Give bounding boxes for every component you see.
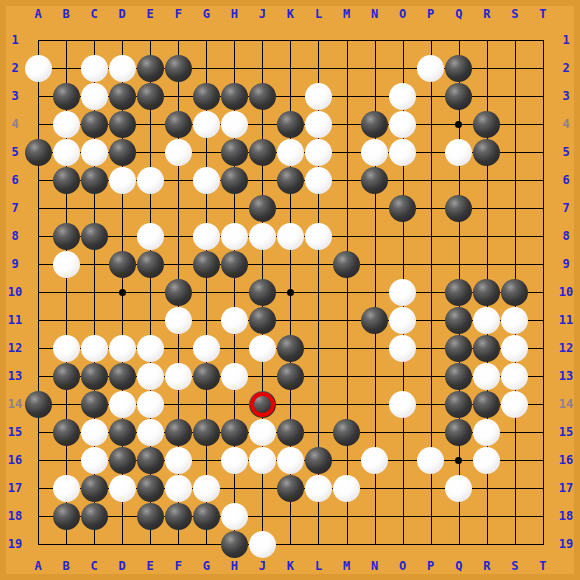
black-stone[interactable] (137, 83, 164, 110)
column-label: R (474, 7, 500, 21)
column-label: E (137, 7, 163, 21)
black-stone[interactable] (165, 419, 192, 446)
white-stone[interactable] (109, 167, 136, 194)
black-stone[interactable] (53, 167, 80, 194)
star-point (119, 289, 126, 296)
row-label: 10 (2, 285, 28, 299)
white-stone[interactable] (501, 335, 528, 362)
white-stone[interactable] (221, 223, 248, 250)
black-stone[interactable] (109, 447, 136, 474)
star-point (455, 121, 462, 128)
column-label: O (390, 7, 416, 21)
black-stone[interactable] (53, 419, 80, 446)
white-stone[interactable] (501, 363, 528, 390)
row-label: 16 (2, 453, 28, 467)
black-stone[interactable] (445, 83, 472, 110)
black-stone[interactable] (221, 531, 248, 558)
white-stone[interactable] (249, 223, 276, 250)
column-label: E (137, 559, 163, 573)
black-stone[interactable] (249, 139, 276, 166)
black-stone[interactable] (361, 111, 388, 138)
black-stone[interactable] (221, 139, 248, 166)
column-label: F (165, 7, 191, 21)
white-stone[interactable] (53, 251, 80, 278)
row-label: 13 (553, 369, 579, 383)
black-stone[interactable] (277, 475, 304, 502)
black-stone[interactable] (165, 279, 192, 306)
column-label: P (418, 7, 444, 21)
white-stone[interactable] (277, 447, 304, 474)
white-stone[interactable] (53, 335, 80, 362)
column-label: K (277, 7, 303, 21)
black-stone[interactable] (137, 503, 164, 530)
row-label: 9 (553, 257, 579, 271)
black-stone[interactable] (193, 419, 220, 446)
white-stone[interactable] (249, 531, 276, 558)
row-label: 2 (553, 61, 579, 75)
black-stone[interactable] (501, 279, 528, 306)
column-label: B (53, 7, 79, 21)
row-label: 14 (553, 397, 579, 411)
column-label: L (306, 559, 332, 573)
row-label: 4 (2, 117, 28, 131)
column-label: Q (446, 559, 472, 573)
white-stone[interactable] (221, 363, 248, 390)
white-stone[interactable] (165, 447, 192, 474)
column-label: S (502, 559, 528, 573)
column-label: K (277, 559, 303, 573)
black-stone[interactable] (277, 111, 304, 138)
black-stone[interactable] (165, 111, 192, 138)
row-label: 12 (2, 341, 28, 355)
row-label: 17 (2, 481, 28, 495)
black-stone[interactable] (277, 167, 304, 194)
white-stone[interactable] (81, 55, 108, 82)
white-stone[interactable] (109, 391, 136, 418)
white-stone[interactable] (277, 139, 304, 166)
column-label: N (362, 559, 388, 573)
row-label: 16 (553, 453, 579, 467)
white-stone[interactable] (445, 475, 472, 502)
row-label: 7 (553, 201, 579, 215)
white-stone[interactable] (501, 391, 528, 418)
white-stone[interactable] (137, 335, 164, 362)
white-stone[interactable] (81, 419, 108, 446)
black-stone[interactable] (221, 419, 248, 446)
column-label: L (306, 7, 332, 21)
white-stone[interactable] (137, 419, 164, 446)
row-label: 3 (553, 89, 579, 103)
black-stone[interactable] (333, 251, 360, 278)
white-stone[interactable] (333, 475, 360, 502)
white-stone[interactable] (305, 111, 332, 138)
column-label: M (334, 7, 360, 21)
white-stone[interactable] (81, 447, 108, 474)
column-label: J (249, 559, 275, 573)
white-stone[interactable] (389, 335, 416, 362)
white-stone[interactable] (305, 167, 332, 194)
white-stone[interactable] (165, 139, 192, 166)
black-stone[interactable] (333, 419, 360, 446)
row-label: 19 (2, 537, 28, 551)
black-stone[interactable] (137, 447, 164, 474)
white-stone[interactable] (361, 447, 388, 474)
column-label: F (165, 559, 191, 573)
white-stone[interactable] (193, 475, 220, 502)
row-label: 4 (553, 117, 579, 131)
black-stone[interactable] (221, 167, 248, 194)
black-stone[interactable] (305, 447, 332, 474)
row-label: 15 (553, 425, 579, 439)
row-label: 8 (2, 229, 28, 243)
white-stone[interactable] (473, 447, 500, 474)
column-label: D (109, 7, 135, 21)
row-label: 11 (2, 313, 28, 327)
row-label: 10 (553, 285, 579, 299)
black-stone[interactable] (25, 391, 52, 418)
row-label: 5 (553, 145, 579, 159)
white-stone[interactable] (417, 447, 444, 474)
black-stone[interactable] (389, 195, 416, 222)
black-stone[interactable] (473, 111, 500, 138)
white-stone[interactable] (221, 111, 248, 138)
black-stone[interactable] (445, 419, 472, 446)
black-stone[interactable] (221, 251, 248, 278)
black-stone[interactable] (137, 475, 164, 502)
white-stone[interactable] (389, 139, 416, 166)
black-stone[interactable] (445, 363, 472, 390)
white-stone[interactable] (81, 139, 108, 166)
white-stone[interactable] (361, 139, 388, 166)
white-stone[interactable] (473, 307, 500, 334)
black-stone[interactable] (109, 419, 136, 446)
black-stone[interactable] (165, 503, 192, 530)
white-stone[interactable] (193, 335, 220, 362)
white-stone[interactable] (221, 447, 248, 474)
black-stone[interactable] (81, 363, 108, 390)
column-label: D (109, 559, 135, 573)
black-stone[interactable] (445, 55, 472, 82)
white-stone[interactable] (193, 167, 220, 194)
black-stone[interactable] (445, 307, 472, 334)
column-label: S (502, 7, 528, 21)
column-label: T (530, 559, 556, 573)
white-stone[interactable] (165, 363, 192, 390)
column-label: H (221, 7, 247, 21)
row-label: 11 (553, 313, 579, 327)
row-label: 18 (2, 509, 28, 523)
column-label: Q (446, 7, 472, 21)
column-label: R (474, 559, 500, 573)
white-stone[interactable] (473, 419, 500, 446)
white-stone[interactable] (277, 223, 304, 250)
white-stone[interactable] (137, 223, 164, 250)
row-label: 1 (553, 33, 579, 47)
column-label: G (193, 559, 219, 573)
white-stone[interactable] (389, 279, 416, 306)
black-stone[interactable] (109, 251, 136, 278)
white-stone[interactable] (417, 55, 444, 82)
black-stone[interactable] (193, 251, 220, 278)
star-point (455, 457, 462, 464)
black-stone[interactable] (445, 391, 472, 418)
black-stone[interactable] (361, 167, 388, 194)
black-stone[interactable] (109, 363, 136, 390)
go-board: ABCDEFGHJKLMNOPQRST ABCDEFGHJKLMNOPQRST … (0, 0, 580, 580)
black-stone[interactable] (81, 503, 108, 530)
black-stone[interactable] (109, 139, 136, 166)
black-stone[interactable] (81, 391, 108, 418)
black-stone[interactable] (445, 279, 472, 306)
white-stone[interactable] (109, 475, 136, 502)
black-stone[interactable] (109, 111, 136, 138)
black-stone[interactable] (137, 55, 164, 82)
black-stone[interactable] (53, 363, 80, 390)
column-label: H (221, 559, 247, 573)
column-label: C (81, 559, 107, 573)
white-stone[interactable] (81, 83, 108, 110)
row-label: 15 (2, 425, 28, 439)
black-stone[interactable] (221, 83, 248, 110)
row-label: 12 (553, 341, 579, 355)
white-stone[interactable] (109, 55, 136, 82)
white-stone[interactable] (137, 363, 164, 390)
last-move-marker (250, 392, 275, 417)
white-stone[interactable] (249, 419, 276, 446)
white-stone[interactable] (501, 307, 528, 334)
row-label: 6 (553, 173, 579, 187)
black-stone[interactable] (165, 55, 192, 82)
white-stone[interactable] (165, 307, 192, 334)
white-stone[interactable] (221, 307, 248, 334)
white-stone[interactable] (25, 55, 52, 82)
black-stone[interactable] (81, 167, 108, 194)
row-label: 8 (553, 229, 579, 243)
black-stone[interactable] (53, 83, 80, 110)
column-label: N (362, 7, 388, 21)
white-stone[interactable] (53, 475, 80, 502)
white-stone[interactable] (305, 139, 332, 166)
white-stone[interactable] (249, 447, 276, 474)
black-stone[interactable] (473, 391, 500, 418)
black-stone[interactable] (81, 475, 108, 502)
white-stone[interactable] (249, 335, 276, 362)
white-stone[interactable] (165, 475, 192, 502)
white-stone[interactable] (53, 139, 80, 166)
black-stone[interactable] (473, 279, 500, 306)
white-stone[interactable] (137, 167, 164, 194)
column-label: G (193, 7, 219, 21)
row-label: 18 (553, 509, 579, 523)
black-stone[interactable] (277, 335, 304, 362)
black-stone[interactable] (81, 111, 108, 138)
black-stone[interactable] (81, 223, 108, 250)
white-stone[interactable] (193, 223, 220, 250)
row-label: 13 (2, 369, 28, 383)
white-stone[interactable] (221, 503, 248, 530)
white-stone[interactable] (109, 335, 136, 362)
star-point (287, 289, 294, 296)
row-label: 3 (2, 89, 28, 103)
white-stone[interactable] (473, 363, 500, 390)
column-label: P (418, 559, 444, 573)
white-stone[interactable] (81, 335, 108, 362)
black-stone[interactable] (109, 83, 136, 110)
white-stone[interactable] (193, 111, 220, 138)
row-label: 9 (2, 257, 28, 271)
row-label: 19 (553, 537, 579, 551)
white-stone[interactable] (445, 139, 472, 166)
white-stone[interactable] (305, 223, 332, 250)
black-stone[interactable] (249, 279, 276, 306)
white-stone[interactable] (389, 307, 416, 334)
black-stone[interactable] (445, 195, 472, 222)
white-stone[interactable] (305, 83, 332, 110)
black-stone[interactable] (25, 139, 52, 166)
black-stone[interactable] (473, 335, 500, 362)
row-label: 17 (553, 481, 579, 495)
column-label: A (25, 7, 51, 21)
black-stone[interactable] (445, 335, 472, 362)
row-label: 6 (2, 173, 28, 187)
black-stone[interactable] (193, 363, 220, 390)
black-stone[interactable] (249, 195, 276, 222)
black-stone[interactable] (473, 139, 500, 166)
white-stone[interactable] (137, 391, 164, 418)
white-stone[interactable] (305, 475, 332, 502)
black-stone[interactable] (193, 503, 220, 530)
column-label: M (334, 559, 360, 573)
black-stone[interactable] (277, 419, 304, 446)
black-stone[interactable] (361, 307, 388, 334)
black-stone[interactable] (193, 83, 220, 110)
column-label: J (249, 7, 275, 21)
column-label: C (81, 7, 107, 21)
row-label: 7 (2, 201, 28, 215)
black-stone[interactable] (137, 251, 164, 278)
column-label: O (390, 559, 416, 573)
white-stone[interactable] (53, 111, 80, 138)
white-stone[interactable] (389, 83, 416, 110)
black-stone[interactable] (277, 363, 304, 390)
black-stone[interactable] (53, 223, 80, 250)
black-stone[interactable] (53, 503, 80, 530)
column-label: B (53, 559, 79, 573)
white-stone[interactable] (389, 111, 416, 138)
white-stone[interactable] (389, 391, 416, 418)
column-label: A (25, 559, 51, 573)
row-label: 1 (2, 33, 28, 47)
column-label: T (530, 7, 556, 21)
black-stone[interactable] (249, 307, 276, 334)
black-stone[interactable] (249, 83, 276, 110)
